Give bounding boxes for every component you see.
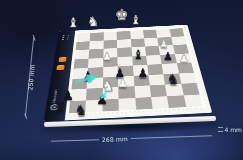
piece-bN-b1: ♞: [75, 103, 88, 117]
piece-bP-g6: ♟: [163, 51, 173, 62]
piece-wP-c6: ♟: [102, 51, 112, 62]
piece-wK-d8: ♚: [115, 8, 128, 23]
width-dimension-line: [51, 139, 99, 142]
thickness-dimension-bracket: [218, 127, 223, 132]
piece-wP-g7: ♟: [160, 39, 169, 49]
piece-bP-e4: ♟: [138, 67, 149, 79]
thickness-dimension: 4 mm: [218, 126, 242, 133]
width-dimension-label: 268 mm: [99, 135, 131, 143]
thickness-dimension-label: 4 mm: [225, 126, 242, 133]
piece-wP-h6: ♟: [179, 53, 189, 64]
product-render-scene: Chessnut ♝♞♚♝♟♟♝♟♟♟♟♟♞♟♞♟♟♜♞ 250 mm 268 …: [0, 0, 243, 160]
piece-wN-b8: ♞: [87, 15, 99, 28]
piece-bR-a2: ♜: [54, 100, 67, 114]
piece-wB-e8: ♝: [131, 14, 142, 26]
width-dimension-line: [131, 135, 212, 139]
piece-wP-d3: ♟: [118, 77, 129, 89]
piece-bN-g4: ♞: [167, 72, 180, 86]
piece-wB-a8: ♝: [67, 16, 79, 29]
piece-bB-e6: ♝: [132, 48, 144, 61]
